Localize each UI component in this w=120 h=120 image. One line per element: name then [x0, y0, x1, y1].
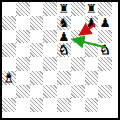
- square-d7[interactable]: [43, 16, 57, 30]
- square-a1[interactable]: [2, 98, 16, 112]
- square-b3[interactable]: [16, 71, 30, 85]
- square-b8[interactable]: [16, 2, 30, 16]
- square-d8[interactable]: [43, 2, 57, 16]
- square-d2[interactable]: [43, 85, 57, 99]
- square-h7[interactable]: ♟: [98, 16, 112, 30]
- square-b5[interactable]: [16, 43, 30, 57]
- square-c3[interactable]: [30, 71, 44, 85]
- square-f2[interactable]: [71, 85, 85, 99]
- square-e3[interactable]: [57, 71, 71, 85]
- square-c4[interactable]: [30, 57, 44, 71]
- square-b1[interactable]: [16, 98, 30, 112]
- white-knight-e5[interactable]: ♞: [58, 43, 69, 56]
- square-e4[interactable]: [57, 57, 71, 71]
- square-c6[interactable]: [30, 30, 44, 44]
- square-e5[interactable]: ♞: [57, 43, 71, 57]
- square-h3[interactable]: [98, 71, 112, 85]
- square-c5[interactable]: [30, 43, 44, 57]
- square-f8[interactable]: [71, 2, 85, 16]
- square-g3[interactable]: [85, 71, 99, 85]
- square-c8[interactable]: [30, 2, 44, 16]
- square-f5[interactable]: [71, 43, 85, 57]
- square-g1[interactable]: [85, 98, 99, 112]
- square-e1[interactable]: [57, 98, 71, 112]
- black-rook-e8[interactable]: ♜: [58, 2, 69, 15]
- square-b7[interactable]: [16, 16, 30, 30]
- square-g2[interactable]: [85, 85, 99, 99]
- black-pawn-g7[interactable]: ♟: [86, 16, 97, 29]
- white-bishop-a3[interactable]: ♝: [3, 71, 14, 84]
- square-f6[interactable]: [71, 30, 85, 44]
- square-d3[interactable]: [43, 71, 57, 85]
- square-a5[interactable]: [2, 43, 16, 57]
- square-h1[interactable]: [98, 98, 112, 112]
- square-f4[interactable]: [71, 57, 85, 71]
- square-e6[interactable]: ♟: [57, 30, 71, 44]
- square-g5[interactable]: [85, 43, 99, 57]
- square-f1[interactable]: [71, 98, 85, 112]
- square-d4[interactable]: [43, 57, 57, 71]
- square-g8[interactable]: ♜: [85, 2, 99, 16]
- square-f7[interactable]: [71, 16, 85, 30]
- square-d5[interactable]: [43, 43, 57, 57]
- square-g4[interactable]: [85, 57, 99, 71]
- square-e2[interactable]: [57, 85, 71, 99]
- square-b2[interactable]: [16, 85, 30, 99]
- square-a8[interactable]: [2, 2, 16, 16]
- square-c1[interactable]: [30, 98, 44, 112]
- chess-board: ♜♜♞♟♟♟♞♞♝: [2, 2, 112, 112]
- square-c7[interactable]: [30, 16, 44, 30]
- square-g7[interactable]: ♟: [85, 16, 99, 30]
- black-rook-g8[interactable]: ♜: [86, 2, 97, 15]
- square-d6[interactable]: [43, 30, 57, 44]
- square-h8[interactable]: [98, 2, 112, 16]
- square-g6[interactable]: [85, 30, 99, 44]
- square-h4[interactable]: [98, 57, 112, 71]
- square-a3[interactable]: ♝: [2, 71, 16, 85]
- square-b6[interactable]: [16, 30, 30, 44]
- square-c2[interactable]: [30, 85, 44, 99]
- black-pawn-e6[interactable]: ♟: [58, 30, 69, 43]
- black-knight-e7[interactable]: ♞: [58, 16, 69, 29]
- square-f3[interactable]: [71, 71, 85, 85]
- square-b4[interactable]: [16, 57, 30, 71]
- white-knight-h5[interactable]: ♞: [100, 43, 111, 56]
- chess-diagram: ♜♜♞♟♟♟♞♞♝: [0, 0, 120, 120]
- square-a4[interactable]: [2, 57, 16, 71]
- square-h5[interactable]: ♞: [98, 43, 112, 57]
- square-h6[interactable]: [98, 30, 112, 44]
- square-h2[interactable]: [98, 85, 112, 99]
- square-e7[interactable]: ♞: [57, 16, 71, 30]
- black-pawn-h7[interactable]: ♟: [100, 16, 111, 29]
- square-a7[interactable]: [2, 16, 16, 30]
- square-e8[interactable]: ♜: [57, 2, 71, 16]
- square-a2[interactable]: [2, 85, 16, 99]
- square-a6[interactable]: [2, 30, 16, 44]
- square-d1[interactable]: [43, 98, 57, 112]
